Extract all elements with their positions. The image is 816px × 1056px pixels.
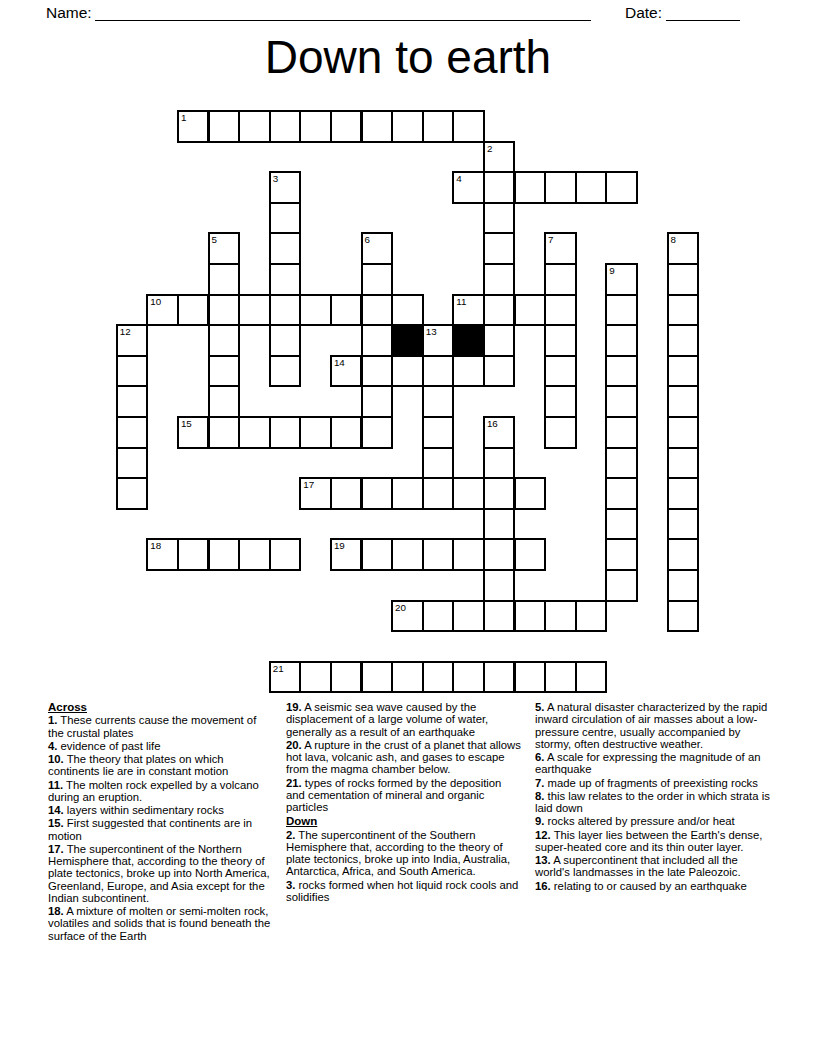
cell-number: 21: [273, 663, 284, 674]
grid-cell[interactable]: [452, 538, 485, 571]
clue-number: 9.: [535, 815, 544, 827]
grid-cell[interactable]: [238, 538, 271, 571]
clue-number: 11.: [48, 779, 63, 791]
clue-item: 15. First suggested that continents are …: [48, 817, 272, 842]
grid-cell[interactable]: 10: [146, 294, 179, 327]
grid-cell[interactable]: [208, 110, 241, 143]
grid-cell[interactable]: [208, 385, 241, 418]
grid-cell[interactable]: [667, 477, 700, 510]
grid-cell[interactable]: [269, 110, 302, 143]
grid-cell[interactable]: 19: [330, 538, 363, 571]
grid-cell[interactable]: [667, 385, 700, 418]
grid-cell[interactable]: [391, 294, 424, 327]
grid-cell[interactable]: [330, 661, 363, 694]
grid-cell[interactable]: [361, 416, 394, 449]
grid-cell[interactable]: 11: [452, 294, 485, 327]
clue-number: 20.: [286, 739, 302, 751]
grid-cell[interactable]: [269, 232, 302, 265]
grid-cell[interactable]: [575, 600, 608, 633]
clue-number: 3.: [286, 879, 295, 891]
grid-cell[interactable]: [330, 294, 363, 327]
clue-item: 5. A natural disaster characterized by t…: [535, 701, 773, 750]
grid-cell[interactable]: [361, 538, 394, 571]
cell-number: 1: [181, 112, 186, 123]
grid-cell[interactable]: [605, 477, 638, 510]
grid-cell[interactable]: [269, 355, 302, 388]
grid-cell[interactable]: 16: [483, 416, 516, 449]
grid-cell[interactable]: [422, 355, 455, 388]
grid-cell[interactable]: [330, 477, 363, 510]
grid-cell[interactable]: 5: [208, 232, 241, 265]
grid-cell[interactable]: [483, 263, 516, 296]
grid-cell[interactable]: [544, 355, 577, 388]
grid-cell[interactable]: [605, 171, 638, 204]
clue-column: 5. A natural disaster characterized by t…: [535, 701, 773, 893]
cell-number: 6: [365, 234, 370, 245]
clue-item: 21. types of rocks formed by the deposit…: [286, 777, 522, 814]
clue-item: 14. layers within sedimentary rocks: [48, 804, 272, 816]
grid-cell[interactable]: 4: [452, 171, 485, 204]
clue-item: 1. These currents cause the movement of …: [48, 714, 272, 739]
cell-number: 4: [456, 173, 461, 184]
date-label: Date:: [625, 4, 662, 22]
grid-cell[interactable]: [361, 385, 394, 418]
grid-cell[interactable]: [667, 263, 700, 296]
grid-cell[interactable]: [116, 447, 149, 480]
grid-cell[interactable]: [514, 171, 547, 204]
grid-cell[interactable]: 15: [177, 416, 210, 449]
clue-item: 13. A supercontinent that included all t…: [535, 854, 773, 879]
worksheet-page: Name: Date: Down to earth 12345678910111…: [0, 0, 816, 1056]
grid-cell[interactable]: 20: [391, 600, 424, 633]
cell-number: 17: [303, 479, 314, 490]
grid-cell[interactable]: [452, 600, 485, 633]
clue-number: 18.: [48, 905, 64, 917]
grid-cell[interactable]: [361, 324, 394, 357]
grid-cell[interactable]: [667, 508, 700, 541]
grid-cell[interactable]: [238, 416, 271, 449]
grid-cell[interactable]: [514, 661, 547, 694]
grid-cell[interactable]: [483, 202, 516, 235]
cell-number: 20: [395, 602, 406, 613]
clue-item: 3. rocks formed when hot liquid rock coo…: [286, 879, 522, 904]
grid-cell[interactable]: 9: [605, 263, 638, 296]
clue-item: 18. A mixture of molten or semi-molten r…: [48, 905, 272, 942]
clue-item: 2. The supercontinent of the Southern He…: [286, 829, 522, 878]
grid-cell[interactable]: [422, 416, 455, 449]
grid-cell[interactable]: [330, 110, 363, 143]
grid-cell[interactable]: [667, 447, 700, 480]
cell-number: 15: [181, 418, 192, 429]
grid-cell[interactable]: [391, 538, 424, 571]
grid-cell[interactable]: [422, 477, 455, 510]
grid-cell[interactable]: [391, 110, 424, 143]
grid-cell[interactable]: [208, 416, 241, 449]
clue-number: 21.: [286, 777, 302, 789]
clue-list-header-down: Down: [286, 815, 522, 827]
clue-column: 19. A seismic sea wave caused by the dis…: [286, 701, 522, 904]
grid-cell[interactable]: [667, 294, 700, 327]
grid-cell[interactable]: [483, 447, 516, 480]
grid-cell[interactable]: [483, 294, 516, 327]
clue-item: 7. made up of fragments of preexisting r…: [535, 777, 773, 789]
grid-cell[interactable]: [483, 171, 516, 204]
date-field-line[interactable]: [666, 2, 740, 21]
grid-cell[interactable]: [330, 416, 363, 449]
grid-cell[interactable]: [238, 294, 271, 327]
grid-cell[interactable]: [605, 538, 638, 571]
grid-cell[interactable]: 1: [177, 110, 210, 143]
clue-number: 6.: [535, 751, 544, 763]
clue-number: 17.: [48, 843, 64, 855]
grid-cell[interactable]: [361, 263, 394, 296]
grid-cell[interactable]: [605, 355, 638, 388]
grid-cell[interactable]: [269, 294, 302, 327]
grid-cell[interactable]: [483, 661, 516, 694]
clue-column: Across1. These currents cause the moveme…: [48, 701, 272, 943]
clue-number: 5.: [535, 701, 544, 713]
grid-cell[interactable]: [391, 661, 424, 694]
cell-number: 5: [212, 234, 217, 245]
grid-cell[interactable]: [361, 355, 394, 388]
grid-cell[interactable]: [422, 538, 455, 571]
grid-cell[interactable]: [605, 294, 638, 327]
grid-cell[interactable]: [116, 416, 149, 449]
grid-cell[interactable]: 17: [299, 477, 332, 510]
grid-cell[interactable]: [605, 508, 638, 541]
clue-item: 6. A scale for expressing the magnitude …: [535, 751, 773, 776]
grid-cell[interactable]: [605, 569, 638, 602]
cell-number: 16: [487, 418, 498, 429]
grid-cell[interactable]: [544, 263, 577, 296]
grid-cell[interactable]: [422, 661, 455, 694]
grid-cell[interactable]: [483, 600, 516, 633]
clue-number: 8.: [535, 790, 544, 802]
grid-cell[interactable]: [452, 355, 485, 388]
clue-number: 19.: [286, 701, 302, 713]
grid-cell[interactable]: [483, 324, 516, 357]
clue-number: 7.: [535, 777, 544, 789]
grid-cell[interactable]: 13: [422, 324, 455, 357]
grid-cell[interactable]: [208, 263, 241, 296]
grid-cell[interactable]: [116, 385, 149, 418]
grid-cell[interactable]: [605, 416, 638, 449]
cell-number: 12: [120, 326, 131, 337]
grid-cell[interactable]: [361, 294, 394, 327]
grid-cell[interactable]: [177, 294, 210, 327]
grid-cell[interactable]: [483, 232, 516, 265]
grid-cell[interactable]: 7: [544, 232, 577, 265]
cell-number: 8: [671, 234, 676, 245]
grid-cell[interactable]: [452, 661, 485, 694]
grid-cell[interactable]: [514, 294, 547, 327]
clue-number: 16.: [535, 880, 551, 892]
clue-number: 4.: [48, 740, 57, 752]
grid-cell[interactable]: [422, 447, 455, 480]
cell-number: 2: [487, 143, 492, 154]
grid-cell[interactable]: 3: [269, 171, 302, 204]
grid-cell[interactable]: [269, 324, 302, 357]
grid-cell[interactable]: [422, 600, 455, 633]
clue-number: 15.: [48, 817, 64, 829]
grid-cell[interactable]: [361, 110, 394, 143]
grid-cell[interactable]: [116, 477, 149, 510]
grid-cell[interactable]: [483, 477, 516, 510]
grid-cell[interactable]: [422, 110, 455, 143]
grid-cell[interactable]: [361, 477, 394, 510]
grid-cell[interactable]: [667, 355, 700, 388]
grid-cell[interactable]: [177, 538, 210, 571]
cell-number: 3: [273, 173, 278, 184]
grid-cell[interactable]: [544, 324, 577, 357]
clue-item: 11. The molten rock expelled by a volcan…: [48, 779, 272, 804]
grid-cell[interactable]: 2: [483, 141, 516, 174]
grid-cell[interactable]: [269, 538, 302, 571]
cell-number: 19: [334, 540, 345, 551]
grid-cell[interactable]: [544, 600, 577, 633]
grid-cell[interactable]: [299, 661, 332, 694]
grid-cell[interactable]: [269, 263, 302, 296]
grid-cell[interactable]: [483, 569, 516, 602]
grid-cell[interactable]: [605, 324, 638, 357]
grid-cell[interactable]: [544, 416, 577, 449]
grid-cell[interactable]: [391, 355, 424, 388]
cell-number: 10: [150, 296, 161, 307]
clue-number: 1.: [48, 714, 57, 726]
cell-number: 13: [426, 326, 437, 337]
grid-cell[interactable]: [605, 385, 638, 418]
grid-cell[interactable]: [514, 538, 547, 571]
clue-list-header-across: Across: [48, 701, 272, 713]
cell-number: 11: [456, 296, 466, 307]
grid-cell[interactable]: 18: [146, 538, 179, 571]
grid-cell[interactable]: [514, 600, 547, 633]
clue-item: 20. A rupture in the crust of a planet t…: [286, 739, 522, 776]
cell-number: 7: [548, 234, 553, 245]
clue-item: 17. The supercontinent of the Northern H…: [48, 843, 272, 904]
grid-cell[interactable]: [452, 110, 485, 143]
grid-cell[interactable]: [667, 569, 700, 602]
grid-cell[interactable]: [269, 416, 302, 449]
grid-cell[interactable]: 8: [667, 232, 700, 265]
clue-item: 19. A seismic sea wave caused by the dis…: [286, 701, 522, 738]
clue-number: 2.: [286, 829, 295, 841]
grid-cell[interactable]: [269, 202, 302, 235]
grid-cell[interactable]: [667, 538, 700, 571]
grid-cell[interactable]: 14: [330, 355, 363, 388]
grid-cell[interactable]: [483, 355, 516, 388]
grid-cell[interactable]: [544, 661, 577, 694]
clue-item: 4. evidence of past life: [48, 740, 272, 752]
grid-cell[interactable]: [299, 294, 332, 327]
grid-cell[interactable]: [116, 355, 149, 388]
grid-cell[interactable]: [667, 416, 700, 449]
grid-cell[interactable]: [483, 538, 516, 571]
grid-cell[interactable]: [452, 477, 485, 510]
grid-cell[interactable]: [238, 110, 271, 143]
grid-cell[interactable]: [483, 508, 516, 541]
clue-item: 16. relating to or caused by an earthqua…: [535, 880, 773, 892]
blocked-cell: [452, 324, 485, 357]
grid-cell[interactable]: [208, 355, 241, 388]
clue-number: 14.: [48, 804, 64, 816]
grid-cell[interactable]: [208, 294, 241, 327]
grid-cell[interactable]: [544, 294, 577, 327]
clue-number: 10.: [48, 753, 64, 765]
grid-cell[interactable]: [361, 661, 394, 694]
puzzle-title: Down to earth: [0, 30, 816, 84]
cell-number: 9: [609, 265, 614, 276]
grid-cell[interactable]: [514, 477, 547, 510]
clue-number: 12.: [535, 829, 551, 841]
clue-item: 9. rocks altered by pressure and/or heat: [535, 815, 773, 827]
clue-item: 12. This layer lies between the Earth's …: [535, 829, 773, 854]
blocked-cell: [391, 324, 424, 357]
grid-cell[interactable]: [544, 385, 577, 418]
clue-number: 13.: [535, 854, 551, 866]
grid-cell[interactable]: [422, 385, 455, 418]
grid-cell[interactable]: 21: [269, 661, 302, 694]
grid-cell[interactable]: [667, 600, 700, 633]
grid-cell[interactable]: [575, 661, 608, 694]
grid-cell[interactable]: [544, 171, 577, 204]
grid-cell[interactable]: 6: [361, 232, 394, 265]
cell-number: 18: [150, 540, 161, 551]
clue-item: 10. The theory that plates on which cont…: [48, 753, 272, 778]
grid-cell[interactable]: [667, 324, 700, 357]
clue-item: 8. this law relates to the order in whic…: [535, 790, 773, 815]
name-field-line[interactable]: [95, 2, 591, 21]
grid-cell[interactable]: [208, 538, 241, 571]
cell-number: 14: [334, 357, 345, 368]
grid-cell[interactable]: [391, 477, 424, 510]
grid-cell[interactable]: [299, 416, 332, 449]
name-label: Name:: [46, 4, 92, 22]
grid-cell[interactable]: [575, 171, 608, 204]
grid-cell[interactable]: 12: [116, 324, 149, 357]
grid-cell[interactable]: [605, 447, 638, 480]
grid-cell[interactable]: [299, 110, 332, 143]
grid-cell[interactable]: [208, 324, 241, 357]
